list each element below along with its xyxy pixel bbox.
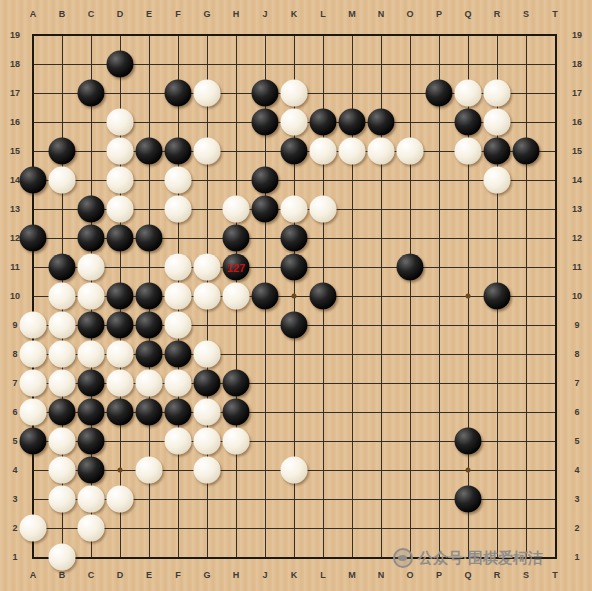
coord-label-right: 19 xyxy=(572,30,582,40)
coord-label-right: 18 xyxy=(572,59,582,69)
stone-white-G4 xyxy=(194,457,221,484)
stone-white-L15 xyxy=(310,138,337,165)
coord-label-top: N xyxy=(378,9,385,19)
coord-label-right: 14 xyxy=(572,175,582,185)
coord-label-bottom: H xyxy=(233,570,240,580)
stone-white-A7 xyxy=(20,370,47,397)
stone-black-K11 xyxy=(281,254,308,281)
stone-white-G15 xyxy=(194,138,221,165)
stone-black-B6 xyxy=(49,399,76,426)
stone-black-Q16 xyxy=(455,109,482,136)
stone-black-B15 xyxy=(49,138,76,165)
stone-white-B8 xyxy=(49,341,76,368)
stone-white-D13 xyxy=(107,196,134,223)
stone-black-H12 xyxy=(223,225,250,252)
stone-white-F13 xyxy=(165,196,192,223)
stone-white-F14 xyxy=(165,167,192,194)
stone-white-H10 xyxy=(223,283,250,310)
stone-black-D9 xyxy=(107,312,134,339)
stone-white-M15 xyxy=(339,138,366,165)
stone-white-D15 xyxy=(107,138,134,165)
stone-black-H11: 127 xyxy=(223,254,250,281)
coord-label-top: C xyxy=(88,9,95,19)
coord-label-bottom: R xyxy=(494,570,501,580)
coord-label-right: 6 xyxy=(574,407,579,417)
coord-label-bottom: F xyxy=(175,570,181,580)
coord-label-top: T xyxy=(552,9,558,19)
coord-label-top: Q xyxy=(464,9,471,19)
coord-label-top: J xyxy=(262,9,267,19)
coord-label-right: 16 xyxy=(572,117,582,127)
coord-label-top: K xyxy=(291,9,298,19)
stone-black-D12 xyxy=(107,225,134,252)
coord-label-bottom: C xyxy=(88,570,95,580)
coord-label-left: 6 xyxy=(12,407,17,417)
watermark: 公众号·围棋爱柯洁 xyxy=(393,548,543,568)
stone-black-C7 xyxy=(78,370,105,397)
stone-black-J17 xyxy=(252,80,279,107)
move-number-label: 127 xyxy=(227,261,245,273)
stone-black-P17 xyxy=(426,80,453,107)
stone-white-Q15 xyxy=(455,138,482,165)
stone-black-K9 xyxy=(281,312,308,339)
coord-label-right: 12 xyxy=(572,233,582,243)
coord-label-right: 7 xyxy=(574,378,579,388)
stone-black-M16 xyxy=(339,109,366,136)
stone-black-A12 xyxy=(20,225,47,252)
stone-black-S15 xyxy=(513,138,540,165)
star-point xyxy=(292,294,297,299)
coord-label-top: B xyxy=(59,9,66,19)
coord-label-bottom: S xyxy=(523,570,529,580)
stone-white-G8 xyxy=(194,341,221,368)
coord-label-left: 11 xyxy=(10,262,20,272)
coord-label-bottom: P xyxy=(436,570,442,580)
stone-black-C4 xyxy=(78,457,105,484)
stone-black-H7 xyxy=(223,370,250,397)
coord-label-bottom: D xyxy=(117,570,124,580)
go-board-diagram: 公众号·围棋爱柯洁 AABBCCDDEEFFGGHHJJKKLLMMNNOOPP… xyxy=(0,0,592,591)
coord-label-top: L xyxy=(320,9,326,19)
coord-label-bottom: N xyxy=(378,570,385,580)
stone-white-F10 xyxy=(165,283,192,310)
stone-black-D18 xyxy=(107,51,134,78)
stone-black-K15 xyxy=(281,138,308,165)
stone-black-E9 xyxy=(136,312,163,339)
stone-white-D8 xyxy=(107,341,134,368)
stone-white-C2 xyxy=(78,515,105,542)
coord-label-right: 9 xyxy=(574,320,579,330)
stone-black-E12 xyxy=(136,225,163,252)
stone-white-D14 xyxy=(107,167,134,194)
coord-label-left: 2 xyxy=(12,523,17,533)
stone-white-K16 xyxy=(281,109,308,136)
coord-label-bottom: O xyxy=(406,570,413,580)
stone-black-E15 xyxy=(136,138,163,165)
star-point xyxy=(466,468,471,473)
coord-label-left: 16 xyxy=(10,117,20,127)
stone-white-O15 xyxy=(397,138,424,165)
wechat-official-account-logo-icon xyxy=(393,548,413,568)
coord-label-bottom: J xyxy=(262,570,267,580)
stone-white-G17 xyxy=(194,80,221,107)
stone-black-N16 xyxy=(368,109,395,136)
coord-label-top: G xyxy=(203,9,210,19)
coord-label-bottom: T xyxy=(552,570,558,580)
stone-white-A8 xyxy=(20,341,47,368)
stone-white-D7 xyxy=(107,370,134,397)
coord-label-right: 5 xyxy=(574,436,579,446)
stone-black-J14 xyxy=(252,167,279,194)
stone-white-B4 xyxy=(49,457,76,484)
stone-black-E10 xyxy=(136,283,163,310)
coord-label-right: 3 xyxy=(574,494,579,504)
coord-label-left: 7 xyxy=(12,378,17,388)
stone-white-B14 xyxy=(49,167,76,194)
stone-white-K13 xyxy=(281,196,308,223)
stone-black-O11 xyxy=(397,254,424,281)
stone-white-C8 xyxy=(78,341,105,368)
stone-white-N15 xyxy=(368,138,395,165)
stone-white-H5 xyxy=(223,428,250,455)
star-point xyxy=(118,468,123,473)
coord-label-bottom: E xyxy=(146,570,152,580)
coord-label-right: 2 xyxy=(574,523,579,533)
stone-white-Q17 xyxy=(455,80,482,107)
stone-white-F7 xyxy=(165,370,192,397)
stone-black-E8 xyxy=(136,341,163,368)
stone-black-Q5 xyxy=(455,428,482,455)
coord-label-left: 3 xyxy=(12,494,17,504)
coord-label-right: 10 xyxy=(572,291,582,301)
coord-label-bottom: K xyxy=(291,570,298,580)
coord-label-top: D xyxy=(117,9,124,19)
coord-label-bottom: A xyxy=(30,570,37,580)
coord-label-left: 1 xyxy=(12,552,17,562)
stone-black-H6 xyxy=(223,399,250,426)
stone-black-D6 xyxy=(107,399,134,426)
stone-white-F5 xyxy=(165,428,192,455)
coord-label-top: R xyxy=(494,9,501,19)
stone-white-R16 xyxy=(484,109,511,136)
stone-white-G6 xyxy=(194,399,221,426)
stone-white-B3 xyxy=(49,486,76,513)
coord-label-left: 15 xyxy=(10,146,20,156)
stone-white-E7 xyxy=(136,370,163,397)
coord-label-top: A xyxy=(30,9,37,19)
coord-label-top: O xyxy=(406,9,413,19)
stone-white-F11 xyxy=(165,254,192,281)
stone-white-C10 xyxy=(78,283,105,310)
stone-black-C6 xyxy=(78,399,105,426)
stone-white-R17 xyxy=(484,80,511,107)
watermark-text: 公众号·围棋爱柯洁 xyxy=(418,549,543,568)
stone-white-D16 xyxy=(107,109,134,136)
coord-label-left: 9 xyxy=(12,320,17,330)
stone-white-B5 xyxy=(49,428,76,455)
coord-label-left: 14 xyxy=(10,175,20,185)
coord-label-top: E xyxy=(146,9,152,19)
stone-white-A6 xyxy=(20,399,47,426)
stone-black-A14 xyxy=(20,167,47,194)
coord-label-bottom: L xyxy=(320,570,326,580)
coord-label-left: 4 xyxy=(12,465,17,475)
stone-black-C12 xyxy=(78,225,105,252)
stone-white-G5 xyxy=(194,428,221,455)
stone-black-C9 xyxy=(78,312,105,339)
stone-black-Q3 xyxy=(455,486,482,513)
coord-label-right: 1 xyxy=(574,552,579,562)
stone-white-R14 xyxy=(484,167,511,194)
coord-label-left: 19 xyxy=(10,30,20,40)
stone-black-C5 xyxy=(78,428,105,455)
stone-black-K12 xyxy=(281,225,308,252)
coord-label-right: 11 xyxy=(572,262,582,272)
stone-white-B10 xyxy=(49,283,76,310)
coord-label-bottom: G xyxy=(203,570,210,580)
coord-label-left: 18 xyxy=(10,59,20,69)
coord-label-left: 12 xyxy=(10,233,20,243)
stone-black-E6 xyxy=(136,399,163,426)
stone-white-B9 xyxy=(49,312,76,339)
stone-black-F17 xyxy=(165,80,192,107)
stone-black-F6 xyxy=(165,399,192,426)
coord-label-right: 17 xyxy=(572,88,582,98)
stone-black-R15 xyxy=(484,138,511,165)
coord-label-top: H xyxy=(233,9,240,19)
stone-white-A9 xyxy=(20,312,47,339)
coord-label-top: F xyxy=(175,9,181,19)
star-point xyxy=(466,294,471,299)
stone-black-L16 xyxy=(310,109,337,136)
stone-black-D10 xyxy=(107,283,134,310)
stone-black-A5 xyxy=(20,428,47,455)
stone-black-C17 xyxy=(78,80,105,107)
stone-white-C3 xyxy=(78,486,105,513)
coord-label-bottom: B xyxy=(59,570,66,580)
coord-label-bottom: Q xyxy=(464,570,471,580)
stone-black-J13 xyxy=(252,196,279,223)
coord-label-top: S xyxy=(523,9,529,19)
stone-black-J10 xyxy=(252,283,279,310)
stone-white-K4 xyxy=(281,457,308,484)
coord-label-right: 4 xyxy=(574,465,579,475)
stone-black-F8 xyxy=(165,341,192,368)
stone-black-C13 xyxy=(78,196,105,223)
stone-black-L10 xyxy=(310,283,337,310)
stone-black-G7 xyxy=(194,370,221,397)
stone-white-K17 xyxy=(281,80,308,107)
coord-label-left: 5 xyxy=(12,436,17,446)
coord-label-left: 10 xyxy=(10,291,20,301)
stone-black-J16 xyxy=(252,109,279,136)
coord-label-top: P xyxy=(436,9,442,19)
coord-label-right: 8 xyxy=(574,349,579,359)
stone-black-F15 xyxy=(165,138,192,165)
stone-white-F9 xyxy=(165,312,192,339)
coord-label-top: M xyxy=(348,9,356,19)
coord-label-left: 13 xyxy=(10,204,20,214)
stone-white-B1 xyxy=(49,544,76,571)
stone-white-E4 xyxy=(136,457,163,484)
stone-white-B7 xyxy=(49,370,76,397)
coord-label-left: 8 xyxy=(12,349,17,359)
stone-white-C11 xyxy=(78,254,105,281)
coord-label-bottom: M xyxy=(348,570,356,580)
coord-label-left: 17 xyxy=(10,88,20,98)
coord-label-right: 13 xyxy=(572,204,582,214)
stone-black-R10 xyxy=(484,283,511,310)
coord-label-right: 15 xyxy=(572,146,582,156)
stone-black-B11 xyxy=(49,254,76,281)
stone-white-D3 xyxy=(107,486,134,513)
stone-white-G11 xyxy=(194,254,221,281)
stone-white-L13 xyxy=(310,196,337,223)
stone-white-H13 xyxy=(223,196,250,223)
stone-white-A2 xyxy=(20,515,47,542)
stone-white-G10 xyxy=(194,283,221,310)
